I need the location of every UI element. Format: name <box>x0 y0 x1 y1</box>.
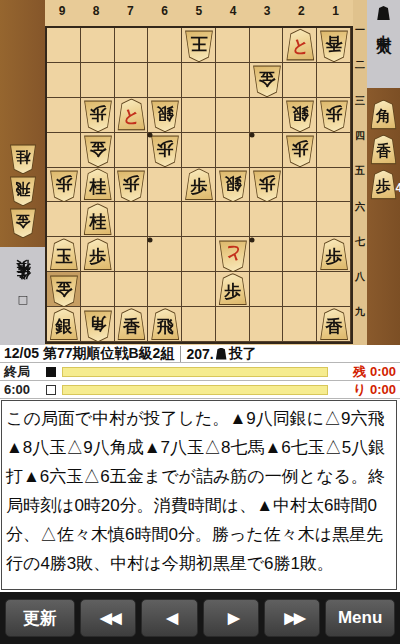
board-square-8二[interactable] <box>81 63 115 98</box>
board-square-4八[interactable]: 歩 <box>216 272 250 307</box>
hoshi-dot <box>148 238 153 243</box>
piece-金: 金 <box>49 275 78 307</box>
board-square-9三[interactable] <box>47 98 81 133</box>
board-square-7五[interactable]: 歩 <box>115 168 149 203</box>
piece-香: 香 <box>320 31 349 63</box>
player-name-gote: □佐々木慎 <box>14 283 32 309</box>
piece-角: 角 <box>83 310 112 342</box>
board-square-7一[interactable] <box>115 28 149 63</box>
clock-row-gote: 6:00 り 0:00 <box>0 381 400 399</box>
board-square-4六[interactable] <box>216 202 250 237</box>
board-square-9一[interactable] <box>47 28 81 63</box>
last-move-label: 207. 投了 <box>186 345 256 363</box>
step-back-icon-button[interactable]: ◀ <box>141 599 197 637</box>
piece-歩: 歩 <box>151 135 180 167</box>
rank-label-五: 五 <box>353 164 367 178</box>
piece-歩: 歩 <box>252 170 281 202</box>
board-square-9八[interactable]: 金 <box>47 272 81 307</box>
piece-香: 香 <box>370 134 397 164</box>
board-square-8九[interactable]: 角 <box>81 307 115 342</box>
board-square-6二[interactable] <box>148 63 182 98</box>
board-square-6五[interactable] <box>148 168 182 203</box>
board-square-2一[interactable]: と <box>283 28 317 63</box>
board-square-5六[interactable] <box>182 202 216 237</box>
piece-歩: 歩 <box>83 100 112 132</box>
board-square-5一[interactable]: 王 <box>182 28 216 63</box>
file-label-4: 4 <box>223 4 243 18</box>
board-square-4九[interactable] <box>216 307 250 342</box>
piece-金: 金 <box>83 135 112 167</box>
board-square-7七[interactable] <box>115 237 149 272</box>
board-square-9二[interactable] <box>47 63 81 98</box>
menu-button[interactable]: Menu <box>325 599 395 637</box>
hoshi-dot <box>148 133 153 138</box>
piece-銀: 銀 <box>151 100 180 132</box>
shogi-app-screen: 987654321 一二三四五六七八九 王と香金歩と銀銀歩金歩歩歩桂歩歩銀歩桂玉… <box>0 0 400 644</box>
gote-remaining-time: り 0:00 <box>334 381 400 399</box>
file-label-6: 6 <box>155 4 175 18</box>
board-square-5四[interactable] <box>182 133 216 168</box>
board-square-6六[interactable] <box>148 202 182 237</box>
board-square-1六[interactable] <box>317 202 351 237</box>
board-square-8六[interactable]: 桂 <box>81 202 115 237</box>
hoshi-dot <box>250 133 255 138</box>
white-square-icon <box>46 385 56 395</box>
board-square-2九[interactable] <box>283 307 317 342</box>
board-square-9六[interactable] <box>47 202 81 237</box>
board-square-3一[interactable] <box>250 28 284 63</box>
rewind-icon-button[interactable]: ◀◀ <box>80 599 136 637</box>
piece-金: 金 <box>9 208 36 238</box>
board-square-5七[interactable] <box>182 237 216 272</box>
piece-玉: 玉 <box>49 238 78 270</box>
piece-銀: 銀 <box>218 170 247 202</box>
gote-clock-status: 6:00 <box>0 382 46 397</box>
board-square-1七[interactable]: 歩 <box>317 237 351 272</box>
board-square-2二[interactable] <box>283 63 317 98</box>
black-square-icon <box>46 367 56 377</box>
board-square-3六[interactable] <box>250 202 284 237</box>
fast-forward-icon-button[interactable]: ▶▶ <box>264 599 320 637</box>
rank-label-二: 二 <box>353 58 367 72</box>
piece-桂: 桂 <box>83 168 112 200</box>
board-square-5二[interactable] <box>182 63 216 98</box>
board-square-6八[interactable] <box>148 272 182 307</box>
file-label-9: 9 <box>52 4 72 18</box>
player-name-top: 中村太 <box>374 23 393 29</box>
sente-mark-icon <box>216 348 227 360</box>
piece-と: と <box>218 240 247 272</box>
board-square-2三[interactable]: 銀 <box>283 98 317 133</box>
sente-clock-status: 終局 <box>0 363 46 381</box>
board-square-3三[interactable] <box>250 98 284 133</box>
clock-row-sente: 終局 残 0:00 <box>0 363 400 381</box>
board-square-8五[interactable]: 桂 <box>81 168 115 203</box>
board-square-1二[interactable] <box>317 63 351 98</box>
board-square-1三[interactable]: 歩 <box>317 98 351 133</box>
board-square-4一[interactable] <box>216 28 250 63</box>
piece-歩: 歩 <box>286 135 315 167</box>
piece-香: 香 <box>117 308 146 340</box>
board-square-1一[interactable]: 香 <box>317 28 351 63</box>
board-square-2八[interactable] <box>283 272 317 307</box>
sente-piece-icon <box>377 6 390 20</box>
piece-歩: 歩 <box>83 238 112 270</box>
piece-王: 王 <box>184 31 213 63</box>
file-label-7: 7 <box>120 4 140 18</box>
player-panel-gote: □佐々木慎 <box>0 247 45 345</box>
piece-と: と <box>117 99 146 131</box>
board-square-7四[interactable] <box>115 133 149 168</box>
board-square-5九[interactable] <box>182 307 216 342</box>
move-text: 投了 <box>229 345 257 363</box>
rank-label-四: 四 <box>353 129 367 143</box>
rank-label-六: 六 <box>353 200 367 214</box>
info-divider <box>180 346 181 362</box>
board-square-3五[interactable]: 歩 <box>250 168 284 203</box>
board-square-9七[interactable]: 玉 <box>47 237 81 272</box>
board-square-3九[interactable] <box>250 307 284 342</box>
board-square-6七[interactable] <box>148 237 182 272</box>
board-square-3八[interactable] <box>250 272 284 307</box>
board-zone: 987654321 一二三四五六七八九 王と香金歩と銀銀歩金歩歩歩桂歩歩銀歩桂玉… <box>0 0 400 345</box>
board-square-4三[interactable] <box>216 98 250 133</box>
board-square-7三[interactable]: と <box>115 98 149 133</box>
board-square-9五[interactable]: 歩 <box>47 168 81 203</box>
board-square-3七[interactable] <box>250 237 284 272</box>
board-square-4四[interactable] <box>216 133 250 168</box>
board-square-4二[interactable] <box>216 63 250 98</box>
player-panel-sente: 中村太 <box>367 0 400 88</box>
board-square-9四[interactable] <box>47 133 81 168</box>
board-square-9九[interactable]: 銀 <box>47 307 81 342</box>
step-forward-icon-button[interactable]: ▶ <box>203 599 259 637</box>
board-square-4五[interactable]: 銀 <box>216 168 250 203</box>
board-square-3二[interactable]: 金 <box>250 63 284 98</box>
board-square-1四[interactable] <box>317 133 351 168</box>
board-square-1九[interactable]: 香 <box>317 307 351 342</box>
piece-飛: 飛 <box>9 176 36 206</box>
board-square-8七[interactable]: 歩 <box>81 237 115 272</box>
board-square-4七[interactable]: と <box>216 237 250 272</box>
rank-label-九: 九 <box>353 305 367 319</box>
board-square-5三[interactable] <box>182 98 216 133</box>
board-square-6一[interactable] <box>148 28 182 63</box>
board-square-2六[interactable] <box>283 202 317 237</box>
sente-captured-tray: 角香歩4 <box>367 88 400 345</box>
piece-歩: 歩 <box>117 170 146 202</box>
tournament-label: 12/05 第77期順位戦B級2組 <box>0 345 174 363</box>
file-label-2: 2 <box>291 4 311 18</box>
piece-歩: 歩 <box>320 100 349 132</box>
kifu-comment[interactable]: この局面で中村が投了した。▲9八同銀に△9六飛▲8八玉△9八角成▲7八玉△8七馬… <box>1 400 397 590</box>
piece-銀: 銀 <box>49 308 78 340</box>
refresh-button[interactable]: 更新 <box>5 599 75 637</box>
file-label-1: 1 <box>326 4 346 18</box>
rank-label-八: 八 <box>353 270 367 284</box>
board-square-1五[interactable] <box>317 168 351 203</box>
board-square-5五[interactable]: 歩 <box>182 168 216 203</box>
board-square-8一[interactable] <box>81 28 115 63</box>
board-square-8三[interactable]: 歩 <box>81 98 115 133</box>
board-square-7九[interactable]: 香 <box>115 307 149 342</box>
gote-time-bar <box>62 385 328 395</box>
board-square-6三[interactable]: 銀 <box>148 98 182 133</box>
sente-time-bar <box>62 367 328 377</box>
piece-金: 金 <box>252 66 281 98</box>
bottom-toolbar: 更新 ◀◀ ◀ ▶ ▶▶ Menu <box>0 592 400 644</box>
rank-label-三: 三 <box>353 94 367 108</box>
board-square-3四[interactable] <box>250 133 284 168</box>
board-square-1八[interactable] <box>317 272 351 307</box>
board-square-2五[interactable] <box>283 168 317 203</box>
move-number: 207. <box>186 346 213 362</box>
rank-label-一: 一 <box>353 23 367 37</box>
board-square-6九[interactable]: 飛 <box>148 307 182 342</box>
board-square-7六[interactable] <box>115 202 149 237</box>
file-label-8: 8 <box>86 4 106 18</box>
gote-captured-tray: 桂飛金 <box>0 130 45 247</box>
hoshi-dot <box>250 238 255 243</box>
game-info-bar: 12/05 第77期順位戦B級2組 207. 投了 <box>0 345 400 363</box>
rank-label-七: 七 <box>353 235 367 249</box>
piece-歩: 歩 <box>218 273 247 305</box>
board-square-5八[interactable] <box>182 272 216 307</box>
piece-歩: 歩 <box>49 170 78 202</box>
file-label-5: 5 <box>189 4 209 18</box>
file-label-3: 3 <box>257 4 277 18</box>
board-square-8八[interactable] <box>81 272 115 307</box>
piece-飛: 飛 <box>151 308 180 340</box>
piece-香: 香 <box>320 308 349 340</box>
hand-count: 4 <box>396 181 400 195</box>
piece-桂: 桂 <box>83 203 112 235</box>
board-square-7二[interactable] <box>115 63 149 98</box>
piece-歩: 歩 <box>320 238 349 270</box>
board-square-2四[interactable]: 歩 <box>283 133 317 168</box>
piece-歩: 歩 <box>184 168 213 200</box>
shogi-board[interactable]: 王と香金歩と銀銀歩金歩歩歩桂歩歩銀歩桂玉歩と歩金歩銀角香飛香 <box>45 26 353 344</box>
board-square-8四[interactable]: 金 <box>81 133 115 168</box>
sente-remaining-time: 残 0:00 <box>334 363 400 381</box>
piece-桂: 桂 <box>9 144 36 174</box>
piece-銀: 銀 <box>286 100 315 132</box>
piece-と: と <box>286 29 315 61</box>
piece-歩: 歩 <box>370 169 397 199</box>
board-square-2七[interactable] <box>283 237 317 272</box>
board-square-7八[interactable] <box>115 272 149 307</box>
piece-角: 角 <box>370 99 397 129</box>
board-square-6四[interactable]: 歩 <box>148 133 182 168</box>
